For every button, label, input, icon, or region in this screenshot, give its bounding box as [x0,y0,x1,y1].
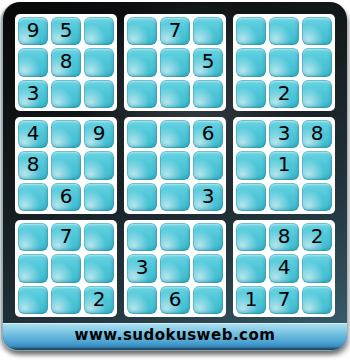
cell-digit: 9 [93,123,106,143]
sudoku-cell[interactable] [269,183,299,211]
sudoku-cell[interactable]: 3 [127,254,157,282]
sudoku-cell[interactable] [269,17,299,45]
sudoku-cell[interactable]: 1 [236,286,266,314]
sudoku-cell[interactable]: 8 [302,120,332,148]
sudoku-cell[interactable] [160,223,190,251]
sudoku-cell[interactable] [84,183,114,211]
sudoku-cell[interactable] [302,183,332,211]
sudoku-cell[interactable] [160,183,190,211]
sudoku-box: 75 [124,14,226,111]
sudoku-cell[interactable]: 7 [269,286,299,314]
sudoku-box: 9583 [15,14,117,111]
sudoku-cell[interactable] [127,286,157,314]
sudoku-board: 9583752498663381723682417 [3,2,347,323]
sudoku-cell[interactable] [127,223,157,251]
sudoku-cell[interactable]: 2 [302,223,332,251]
sudoku-cell[interactable] [127,120,157,148]
cell-digit: 5 [202,51,215,71]
sudoku-cell[interactable] [127,183,157,211]
cell-digit: 1 [245,289,258,309]
sudoku-cell[interactable] [127,48,157,76]
sudoku-cell[interactable] [269,48,299,76]
sudoku-cell[interactable] [236,223,266,251]
cell-digit: 3 [202,186,215,206]
sudoku-cell[interactable] [84,151,114,179]
cell-digit: 2 [93,289,106,309]
sudoku-cell[interactable] [51,120,81,148]
sudoku-cell[interactable] [51,151,81,179]
sudoku-app: 9583752498663381723682417 www.sudokusweb… [3,2,347,350]
sudoku-cell[interactable]: 4 [269,254,299,282]
sudoku-cell[interactable]: 7 [160,17,190,45]
sudoku-cell[interactable] [160,151,190,179]
sudoku-cell[interactable]: 5 [51,17,81,45]
cell-digit: 9 [27,20,40,40]
sudoku-cell[interactable] [302,286,332,314]
sudoku-cell[interactable] [302,151,332,179]
cell-digit: 6 [60,186,73,206]
sudoku-cell[interactable]: 9 [18,17,48,45]
sudoku-cell[interactable]: 9 [84,120,114,148]
cell-digit: 5 [60,20,73,40]
sudoku-cell[interactable]: 7 [51,223,81,251]
sudoku-cell[interactable] [18,48,48,76]
sudoku-cell[interactable] [84,17,114,45]
cell-digit: 8 [27,154,40,174]
sudoku-cell[interactable] [18,223,48,251]
sudoku-box: 36 [124,220,226,317]
sudoku-cell[interactable] [193,286,223,314]
sudoku-cell[interactable] [160,120,190,148]
sudoku-cell[interactable] [18,286,48,314]
sudoku-cell[interactable] [84,254,114,282]
cell-digit: 6 [202,123,215,143]
cell-digit: 3 [136,257,149,277]
sudoku-cell[interactable] [160,48,190,76]
cell-digit: 1 [278,154,291,174]
sudoku-cell[interactable] [51,286,81,314]
cell-digit: 8 [60,51,73,71]
sudoku-cell[interactable]: 2 [269,80,299,108]
sudoku-cell[interactable] [18,254,48,282]
cell-digit: 4 [27,123,40,143]
sudoku-cell[interactable]: 8 [269,223,299,251]
sudoku-cell[interactable] [18,183,48,211]
sudoku-cell[interactable]: 5 [193,48,223,76]
sudoku-cell[interactable] [236,17,266,45]
sudoku-cell[interactable] [193,17,223,45]
cell-digit: 3 [27,83,40,103]
sudoku-cell[interactable]: 3 [193,183,223,211]
sudoku-cell[interactable] [84,223,114,251]
sudoku-cell[interactable] [193,254,223,282]
sudoku-cell[interactable] [236,48,266,76]
cell-digit: 8 [311,123,324,143]
cell-digit: 4 [278,257,291,277]
sudoku-cell[interactable] [236,120,266,148]
sudoku-box: 82417 [233,220,335,317]
sudoku-cell[interactable] [236,151,266,179]
sudoku-cell[interactable] [127,17,157,45]
sudoku-cell[interactable] [236,80,266,108]
sudoku-cell[interactable]: 6 [51,183,81,211]
sudoku-cell[interactable] [302,48,332,76]
cell-digit: 2 [311,226,324,246]
sudoku-cell[interactable]: 3 [269,120,299,148]
website-url: www.sudokusweb.com [75,326,276,344]
cell-digit: 7 [60,226,73,246]
sudoku-cell[interactable]: 6 [160,286,190,314]
sudoku-cell[interactable] [302,254,332,282]
sudoku-cell[interactable] [302,17,332,45]
sudoku-cell[interactable] [127,80,157,108]
sudoku-cell[interactable] [84,48,114,76]
cell-digit: 6 [169,289,182,309]
sudoku-cell[interactable] [51,254,81,282]
sudoku-cell[interactable]: 2 [84,286,114,314]
sudoku-cell[interactable] [236,254,266,282]
sudoku-cell[interactable] [193,151,223,179]
cell-digit: 8 [278,226,291,246]
sudoku-cell[interactable]: 3 [18,80,48,108]
sudoku-cell[interactable] [193,80,223,108]
sudoku-cell[interactable] [302,80,332,108]
cell-digit: 3 [278,123,291,143]
sudoku-cell[interactable] [84,80,114,108]
sudoku-cell[interactable] [160,80,190,108]
cell-digit: 7 [278,289,291,309]
sudoku-box: 381 [233,117,335,214]
cell-digit: 2 [278,83,291,103]
sudoku-cell[interactable] [193,223,223,251]
sudoku-cell[interactable] [51,80,81,108]
sudoku-cell[interactable]: 8 [51,48,81,76]
sudoku-box: 2 [233,14,335,111]
sudoku-cell[interactable]: 8 [18,151,48,179]
sudoku-box: 63 [124,117,226,214]
sudoku-cell[interactable]: 1 [269,151,299,179]
cell-digit: 7 [169,20,182,40]
sudoku-cell[interactable] [236,183,266,211]
sudoku-cell[interactable]: 4 [18,120,48,148]
sudoku-box: 72 [15,220,117,317]
sudoku-cell[interactable] [127,151,157,179]
sudoku-cell[interactable]: 6 [193,120,223,148]
sudoku-cell[interactable] [160,254,190,282]
sudoku-box: 4986 [15,117,117,214]
footer-bar: www.sudokusweb.com [3,323,347,350]
